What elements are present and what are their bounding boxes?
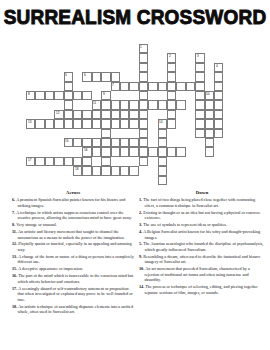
grid-cell-r6c11[interactable] — [129, 100, 138, 109]
grid-cell-r7c8[interactable] — [101, 110, 110, 119]
clue-number: 6 — [84, 73, 86, 76]
grid-cell-r12c6[interactable] — [82, 157, 91, 166]
grid-cell-r2c12[interactable] — [139, 63, 148, 72]
grid-cell-r2c15[interactable] — [167, 63, 176, 72]
clue-number: 15 — [65, 139, 69, 142]
grid-cell-r11c19[interactable] — [205, 147, 214, 156]
across-clues-column: Across 6. A prominent Spanish Surrealist… — [12, 189, 134, 350]
grid-cell-r12c0[interactable]: 17 — [26, 157, 35, 166]
grid-cell-r9c20[interactable] — [214, 129, 223, 138]
grid-cell-r11c6[interactable]: 16 — [82, 147, 91, 156]
grid-cell-r8c0[interactable]: 13 — [26, 119, 35, 128]
clue-item: 1. The fact of two things being placed c… — [139, 198, 265, 209]
grid-cell-r7c12[interactable] — [139, 110, 148, 119]
grid-cell-r5c12[interactable] — [139, 91, 148, 100]
clue-number: 4 — [216, 64, 218, 67]
clue-number: 12 — [56, 111, 60, 114]
clue-number: 5 — [65, 73, 67, 76]
grid-cell-r5c15[interactable] — [167, 91, 176, 100]
clue-item: 9. Resembling a dream, often used to des… — [139, 254, 265, 265]
grid-cell-r4c12[interactable] — [139, 82, 148, 91]
grid-cell-r11c12[interactable] — [139, 147, 148, 156]
grid-cell-r12c14[interactable] — [158, 157, 167, 166]
grid-cell-r10c8[interactable] — [101, 138, 110, 147]
grid-cell-r9c19[interactable] — [205, 129, 214, 138]
worksheet-page: SURREALISM CROSSWORD 1234567891011121314… — [0, 0, 270, 350]
grid-cell-r4c14[interactable] — [158, 82, 167, 91]
down-clues-list: 1. The fact of two things being placed c… — [139, 198, 265, 296]
grid-cell-r6c16[interactable] — [176, 100, 185, 109]
clue-number: 17 — [28, 158, 32, 161]
grid-cell-r1c18[interactable]: 3 — [195, 53, 204, 62]
grid-cell-r8c4[interactable] — [64, 119, 73, 128]
grid-cell-r1c15[interactable]: 2 — [167, 53, 176, 62]
grid-cell-r7c6[interactable] — [82, 110, 91, 119]
clue-item: 18. An artistic technique of assembling … — [12, 304, 134, 315]
grid-cell-r4c13[interactable] — [148, 82, 157, 91]
grid-cell-r8c10[interactable] — [120, 119, 129, 128]
grid-cell-r13c8[interactable] — [101, 166, 110, 175]
grid-cell-r4c18[interactable] — [195, 82, 204, 91]
clue-item: 14. The process or technique of selectin… — [139, 284, 265, 295]
grid-cell-r3c7[interactable] — [92, 72, 101, 81]
grid-cell-r12c12[interactable] — [139, 157, 148, 166]
grid-cell-r1c12[interactable] — [139, 53, 148, 62]
grid-cell-r3c12[interactable] — [139, 72, 148, 81]
grid-cell-r4c20[interactable] — [214, 82, 223, 91]
down-header: Down — [139, 189, 265, 196]
grid-cell-r12c4[interactable] — [64, 157, 73, 166]
clue-item: 12. Playfully quaint or fanciful, especi… — [12, 242, 134, 253]
grid-cell-r13c9[interactable] — [111, 166, 120, 175]
grid-cell-r12c5[interactable] — [73, 157, 82, 166]
grid-cell-r10c9[interactable] — [111, 138, 120, 147]
grid-cell-r6c18[interactable] — [195, 100, 204, 109]
grid-cell-r10c14[interactable] — [158, 138, 167, 147]
grid-cell-r5c18[interactable] — [195, 91, 204, 100]
grid-cell-r8c20[interactable] — [214, 119, 223, 128]
grid-cell-r5c19[interactable]: 10 — [205, 91, 214, 100]
clue-number: 18 — [75, 167, 79, 170]
grid-cell-r5c20[interactable] — [214, 91, 223, 100]
clue-item: 10. An art movement that preceded Surrea… — [139, 267, 265, 283]
grid-cell-r9c14[interactable] — [158, 129, 167, 138]
grid-cell-r7c11[interactable] — [129, 110, 138, 119]
clue-item: 3. The use of symbols to represent ideas… — [139, 222, 265, 227]
grid-cell-r6c19[interactable] — [205, 100, 214, 109]
grid-cell-r11c9[interactable] — [111, 147, 120, 156]
grid-cell-r7c18[interactable] — [195, 110, 204, 119]
grid-cell-r13c11[interactable] — [129, 166, 138, 175]
grid-cell-r7c10[interactable] — [120, 110, 129, 119]
grid-cell-r7c9[interactable] — [111, 110, 120, 119]
grid-cell-r3c8[interactable] — [101, 72, 110, 81]
grid-cell-r6c13[interactable] — [148, 100, 157, 109]
clue-item: 5. The Austrian neurologist who founded … — [139, 242, 265, 253]
grid-cell-r10c6[interactable] — [82, 138, 91, 147]
grid-cell-r8c7[interactable] — [92, 119, 101, 128]
grid-cell-r13c5[interactable]: 18 — [73, 166, 82, 175]
grid-cell-r3c20[interactable] — [214, 72, 223, 81]
grid-cell-r6c10[interactable] — [120, 100, 129, 109]
grid-cell-r5c6[interactable] — [82, 91, 91, 100]
grid-cell-r7c3[interactable]: 12 — [54, 110, 63, 119]
grid-cell-r7c7[interactable] — [92, 110, 101, 119]
grid-cell-r12c1[interactable] — [35, 157, 44, 166]
grid-cell-r7c20[interactable] — [214, 110, 223, 119]
grid-cell-r6c15[interactable] — [167, 100, 176, 109]
clue-item: 11. An artistic and literary movement th… — [12, 229, 134, 240]
grid-cell-r5c1[interactable] — [35, 91, 44, 100]
grid-cell-r6c14[interactable] — [158, 100, 167, 109]
grid-cell-r10c10[interactable] — [120, 138, 129, 147]
grid-cell-r9c12[interactable] — [139, 129, 148, 138]
clue-number: 10 — [206, 92, 210, 95]
grid-cell-r6c8[interactable] — [101, 100, 110, 109]
grid-cell-r8c11[interactable] — [129, 119, 138, 128]
clue-number: 13 — [28, 120, 32, 123]
grid-cell-r4c11[interactable] — [129, 82, 138, 91]
grid-cell-r7c5[interactable] — [73, 110, 82, 119]
grid-cell-r8c1[interactable] — [35, 119, 44, 128]
grid-cell-r8c8[interactable] — [101, 119, 110, 128]
grid-cell-r8c19[interactable] — [205, 119, 214, 128]
grid-cell-r2c20[interactable]: 4 — [214, 63, 223, 72]
clue-item: 17. A seemingly absurd or self-contradic… — [12, 286, 134, 302]
clue-item: 7. A technique in which artists suppress… — [12, 210, 134, 221]
grid-cell-r14c14[interactable] — [158, 176, 167, 185]
grid-cell-r10c11[interactable] — [129, 138, 138, 147]
grid-cell-r4c9[interactable]: 7 — [111, 82, 120, 91]
grid-cell-r6c4[interactable] — [64, 100, 73, 109]
down-clues-column: Down 1. The fact of two things being pla… — [139, 189, 265, 350]
grid-cell-r10c19[interactable] — [205, 138, 214, 147]
grid-cell-r9c18[interactable] — [195, 129, 204, 138]
clue-number: 16 — [84, 148, 88, 151]
grid-cell-r10c5[interactable] — [73, 138, 82, 147]
grid-cell-r8c14[interactable]: 14 — [158, 119, 167, 128]
clue-item: 8. Very strange or unusual. — [12, 222, 134, 227]
grid-cell-r3c18[interactable] — [195, 72, 204, 81]
grid-cell-r4c4[interactable] — [64, 82, 73, 91]
grid-cell-r10c12[interactable] — [139, 138, 148, 147]
grid-cell-r3c9[interactable] — [111, 72, 120, 81]
grid-cell-r5c3[interactable] — [54, 91, 63, 100]
grid-cell-r6c12[interactable] — [139, 100, 148, 109]
grid-cell-r13c6[interactable] — [82, 166, 91, 175]
grid-cell-r11c7[interactable] — [92, 147, 101, 156]
clue-number: 9 — [103, 92, 105, 95]
clue-item: 15. A deceptive appearance or impression… — [12, 267, 134, 272]
grid-cell-r13c10[interactable] — [120, 166, 129, 175]
grid-cell-r7c15[interactable] — [167, 110, 176, 119]
grid-cell-r5c2[interactable] — [45, 91, 54, 100]
grid-cell-r8c15[interactable] — [167, 119, 176, 128]
grid-cell-r11c8[interactable] — [101, 147, 110, 156]
clue-item: 2. Existing in thought or as an idea but… — [139, 210, 265, 221]
grid-cell-r11c10[interactable] — [120, 147, 129, 156]
clue-item: 13. A change of the form or nature of a … — [12, 254, 134, 265]
clue-number: 11 — [93, 101, 96, 104]
grid-cell-r6c7[interactable]: 11 — [92, 100, 101, 109]
grid-cell-r8c12[interactable] — [139, 119, 148, 128]
grid-cell-r11c14[interactable] — [158, 147, 167, 156]
clue-item: 4. A Belgian Surrealist artist known for… — [139, 229, 265, 240]
grid-cell-r8c5[interactable] — [73, 119, 82, 128]
grid-cell-r4c15[interactable] — [167, 82, 176, 91]
clue-item: 16. The part of the mind which is inacce… — [12, 274, 134, 285]
clue-number: 3 — [197, 54, 199, 57]
grid-cell-r6c20[interactable] — [214, 100, 223, 109]
grid-cell-r4c16[interactable] — [176, 82, 185, 91]
grid-cell-r8c18[interactable] — [195, 119, 204, 128]
grid-cell-r3c15[interactable] — [167, 72, 176, 81]
page-title: SURREALISM CROSSWORD — [0, 6, 270, 30]
grid-cell-r12c2[interactable] — [45, 157, 54, 166]
grid-cell-r0c12[interactable]: 1 — [139, 44, 148, 53]
grid-cell-r5c5[interactable] — [73, 91, 82, 100]
clue-number: 8 — [28, 92, 30, 95]
grid-cell-r4c17[interactable] — [186, 82, 195, 91]
grid-cell-r7c4[interactable] — [64, 110, 73, 119]
grid-cell-r9c8[interactable] — [101, 129, 110, 138]
grid-cell-r8c9[interactable] — [111, 119, 120, 128]
grid-cell-r5c8[interactable]: 9 — [101, 91, 110, 100]
clue-item: 6. A prominent Spanish Surrealist painte… — [12, 198, 134, 209]
grid-cell-r10c7[interactable] — [92, 138, 101, 147]
grid-cell-r7c19[interactable] — [205, 110, 214, 119]
grid-cell-r11c16[interactable] — [176, 147, 185, 156]
grid-cell-r11c15[interactable] — [167, 147, 176, 156]
grid-cell-r6c9[interactable] — [111, 100, 120, 109]
grid-cell-r12c3[interactable] — [54, 157, 63, 166]
grid-cell-r5c0[interactable]: 8 — [26, 91, 35, 100]
clue-number: 2 — [169, 54, 171, 57]
clue-number: 1 — [140, 45, 142, 48]
grid-cell-r11c13[interactable] — [148, 147, 157, 156]
grid-cell-r3c4[interactable]: 5 — [64, 72, 73, 81]
across-header: Across — [12, 189, 134, 196]
grid-cell-r5c4[interactable] — [64, 91, 73, 100]
grid-cell-r8c3[interactable] — [54, 119, 63, 128]
grid-cell-r11c11[interactable] — [129, 147, 138, 156]
clue-number: 7 — [112, 83, 114, 86]
grid-cell-r3c6[interactable]: 6 — [82, 72, 91, 81]
crossword-grid: 123456789101112131415161718 — [26, 44, 226, 186]
grid-cell-r2c18[interactable] — [195, 63, 204, 72]
grid-cell-r10c4[interactable]: 15 — [64, 138, 73, 147]
grid-cell-r8c6[interactable] — [82, 119, 91, 128]
clue-number: 14 — [159, 120, 163, 123]
grid-cell-r13c7[interactable] — [92, 166, 101, 175]
grid-cell-r4c10[interactable] — [120, 82, 129, 91]
grid-cell-r12c8[interactable] — [101, 157, 110, 166]
grid-cell-r8c2[interactable] — [45, 119, 54, 128]
grid-cell-r13c14[interactable] — [158, 166, 167, 175]
across-clues-list: 6. A prominent Spanish Surrealist painte… — [12, 198, 134, 315]
